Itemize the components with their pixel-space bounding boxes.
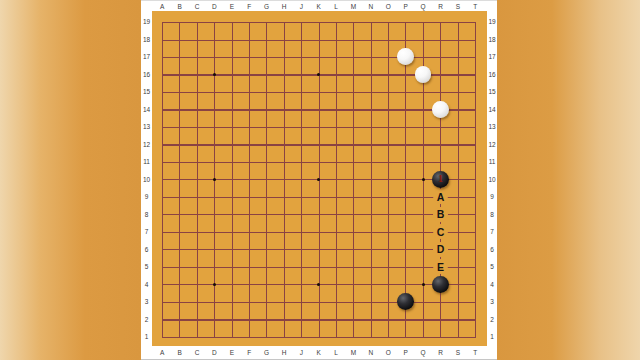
coordinate-label: 13 bbox=[141, 118, 152, 136]
coordinate-label: 7 bbox=[487, 223, 497, 241]
coordinate-label: F bbox=[241, 1, 258, 11]
move-number-mark: 1 bbox=[438, 174, 443, 184]
coordinate-label: 4 bbox=[487, 276, 497, 294]
letter-label-D[interactable]: D bbox=[433, 242, 448, 257]
letter-label-B[interactable]: B bbox=[433, 207, 448, 222]
screenshot-root: ABCDEFGHJKLMNOPQRST ABCDEFGHJKLMNOPQRST … bbox=[0, 0, 640, 360]
coordinate-label: E bbox=[223, 1, 240, 11]
coordinate-label: 2 bbox=[487, 311, 497, 329]
coordinate-label: 17 bbox=[487, 48, 497, 66]
star-point-Q4 bbox=[422, 283, 425, 286]
coordinate-label: 9 bbox=[141, 188, 152, 206]
coordinate-label: 14 bbox=[487, 101, 497, 119]
coordinate-label: O bbox=[380, 1, 397, 11]
coordinate-label: F bbox=[241, 346, 258, 359]
coordinate-label: G bbox=[258, 1, 275, 11]
coordinate-label: D bbox=[206, 1, 223, 11]
coordinate-label: R bbox=[432, 1, 449, 11]
coordinate-label: 10 bbox=[141, 171, 152, 189]
coordinate-label: 6 bbox=[141, 241, 152, 259]
letter-label-A[interactable]: A bbox=[433, 189, 448, 204]
coordinate-label: 1 bbox=[487, 328, 497, 346]
coordinate-label: J bbox=[293, 1, 310, 11]
coordinate-label: 14 bbox=[141, 101, 152, 119]
black-stone-R10[interactable]: 1 bbox=[432, 171, 449, 188]
intersections-grid: ABCDE1 bbox=[154, 13, 484, 346]
coordinate-label: B bbox=[171, 1, 188, 11]
coordinate-label: 19 bbox=[487, 13, 497, 31]
coordinate-label: G bbox=[258, 346, 275, 359]
coordinate-label: E bbox=[223, 346, 240, 359]
white-stone-P17[interactable] bbox=[397, 48, 414, 65]
coordinate-label: L bbox=[327, 346, 344, 359]
coordinate-label: P bbox=[397, 346, 414, 359]
top-coordinates: ABCDEFGHJKLMNOPQRST bbox=[154, 1, 484, 11]
coordinate-label: 2 bbox=[141, 311, 152, 329]
coordinate-label: 11 bbox=[141, 153, 152, 171]
star-point-K4 bbox=[317, 283, 320, 286]
coordinate-label: N bbox=[362, 346, 379, 359]
coordinate-label: J bbox=[293, 346, 310, 359]
coordinate-label: P bbox=[397, 1, 414, 11]
coordinate-label: 13 bbox=[487, 118, 497, 136]
coordinate-label: T bbox=[467, 1, 484, 11]
coordinate-label: H bbox=[275, 346, 292, 359]
coordinate-label: K bbox=[310, 1, 327, 11]
coordinate-label: C bbox=[188, 346, 205, 359]
star-point-Q10 bbox=[422, 178, 425, 181]
coordinate-label: 3 bbox=[141, 293, 152, 311]
coordinate-label: D bbox=[206, 346, 223, 359]
black-stone-P3[interactable] bbox=[397, 293, 414, 310]
coordinate-label: 18 bbox=[141, 31, 152, 49]
coordinate-label: M bbox=[345, 1, 362, 11]
star-point-K16 bbox=[317, 73, 320, 76]
white-stone-Q16[interactable] bbox=[415, 66, 432, 83]
bottom-coordinates: ABCDEFGHJKLMNOPQRST bbox=[154, 346, 484, 359]
letter-label-C[interactable]: C bbox=[433, 224, 448, 239]
coordinate-label: 8 bbox=[141, 206, 152, 224]
coordinate-label: A bbox=[154, 346, 171, 359]
coordinate-label: 9 bbox=[487, 188, 497, 206]
left-coordinates: 19181716151413121110987654321 bbox=[141, 13, 152, 346]
coordinate-label: T bbox=[467, 346, 484, 359]
coordinate-label: 11 bbox=[487, 153, 497, 171]
coordinate-label: 5 bbox=[487, 258, 497, 276]
coordinate-label: M bbox=[345, 346, 362, 359]
coordinate-label: 10 bbox=[487, 171, 497, 189]
star-point-D4 bbox=[213, 283, 216, 286]
coordinate-label: 16 bbox=[487, 66, 497, 84]
coordinate-label: 19 bbox=[141, 13, 152, 31]
coordinate-label: 5 bbox=[141, 258, 152, 276]
coordinate-label: 3 bbox=[487, 293, 497, 311]
coordinate-label: Q bbox=[414, 346, 431, 359]
white-stone-R14[interactable] bbox=[432, 101, 449, 118]
coordinate-label: 16 bbox=[141, 66, 152, 84]
coordinate-label: 12 bbox=[487, 136, 497, 154]
coordinate-label: C bbox=[188, 1, 205, 11]
coordinate-label: B bbox=[171, 346, 188, 359]
coordinate-label: Q bbox=[414, 1, 431, 11]
coordinate-label: 12 bbox=[141, 136, 152, 154]
star-point-D10 bbox=[213, 178, 216, 181]
right-coordinates: 19181716151413121110987654321 bbox=[487, 13, 497, 346]
coordinate-label: 7 bbox=[141, 223, 152, 241]
coordinate-label: 1 bbox=[141, 328, 152, 346]
star-point-K10 bbox=[317, 178, 320, 181]
star-point-D16 bbox=[213, 73, 216, 76]
coordinate-label: H bbox=[275, 1, 292, 11]
coordinate-label: 6 bbox=[487, 241, 497, 259]
coordinate-label: S bbox=[449, 346, 466, 359]
coordinate-label: S bbox=[449, 1, 466, 11]
coordinate-label: O bbox=[380, 346, 397, 359]
coordinate-label: L bbox=[327, 1, 344, 11]
black-stone-R4[interactable] bbox=[432, 276, 449, 293]
coordinate-label: 18 bbox=[487, 31, 497, 49]
coordinate-label: A bbox=[154, 1, 171, 11]
go-board[interactable]: ABCDE1 bbox=[152, 11, 487, 346]
coordinate-label: K bbox=[310, 346, 327, 359]
board-panel: ABCDEFGHJKLMNOPQRST ABCDEFGHJKLMNOPQRST … bbox=[141, 0, 497, 360]
coordinate-label: 4 bbox=[141, 276, 152, 294]
coordinate-label: N bbox=[362, 1, 379, 11]
coordinate-label: 15 bbox=[141, 83, 152, 101]
coordinate-label: R bbox=[432, 346, 449, 359]
coordinate-label: 15 bbox=[487, 83, 497, 101]
coordinate-label: 17 bbox=[141, 48, 152, 66]
letter-label-E[interactable]: E bbox=[433, 259, 448, 274]
coordinate-label: 8 bbox=[487, 206, 497, 224]
